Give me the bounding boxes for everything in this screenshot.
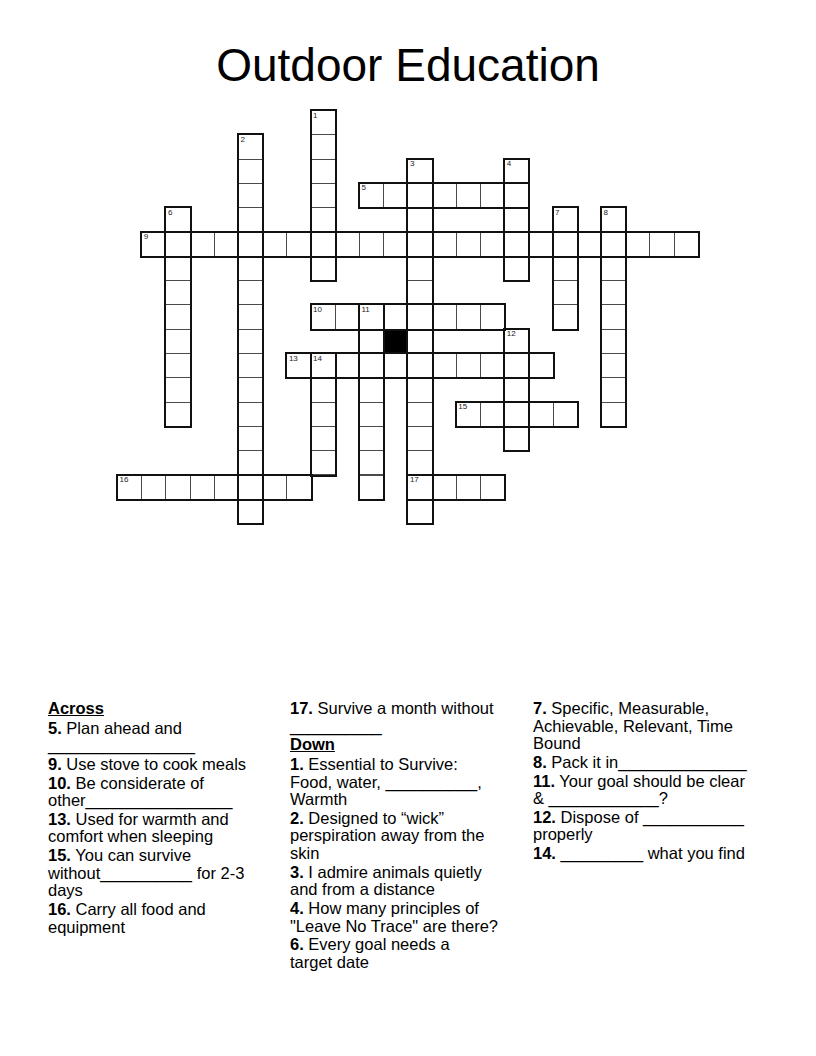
grid-cell[interactable] [456, 232, 481, 257]
grid-cell[interactable] [528, 232, 553, 257]
grid-cell[interactable] [359, 475, 384, 500]
grid-cell[interactable] [432, 304, 457, 329]
clue-number: 4. [290, 899, 304, 917]
grid-cell[interactable] [504, 256, 529, 281]
grid-cell[interactable] [238, 329, 263, 354]
clue-number: 3. [290, 863, 304, 881]
grid-cell[interactable] [335, 353, 360, 378]
clue-8-down: 8. Pack it in______________ [533, 754, 771, 772]
grid-cell[interactable] [456, 183, 481, 208]
grid-cell[interactable] [335, 304, 360, 329]
cell-number: 12 [507, 330, 516, 338]
grid-cell[interactable] [262, 232, 287, 257]
grid-cell[interactable] [286, 475, 311, 500]
clue-text: Survive a month without __________ [290, 699, 494, 735]
grid-cell[interactable] [504, 353, 529, 378]
clue-column-3: 7. Specific, Measurable, Achievable, Rel… [533, 700, 771, 864]
clue-number: 14. [533, 844, 556, 862]
grid-cell[interactable] [359, 329, 384, 354]
grid-cell[interactable] [238, 353, 263, 378]
clue-text: Designed to “wick” perspiration away fro… [290, 809, 484, 862]
grid-cell[interactable] [311, 207, 336, 232]
grid-cell[interactable] [407, 353, 432, 378]
clue-11-down: 11. Your goal should be clear & ________… [533, 773, 771, 808]
clue-text: Plan ahead and ________________ [48, 719, 195, 755]
grid-cell[interactable] [480, 183, 505, 208]
clue-number: 12. [533, 808, 556, 826]
cell-number: 15 [458, 403, 467, 411]
grid-cell[interactable] [504, 207, 529, 232]
grid-cell[interactable] [456, 304, 481, 329]
cell-number: 13 [289, 355, 298, 363]
grid-cell[interactable] [407, 402, 432, 427]
clue-1-down: 1. Essential to Survive: Food, water, __… [290, 756, 528, 809]
grid-cell[interactable] [238, 256, 263, 281]
clue-number: 10. [48, 774, 71, 792]
cell-number: 16 [120, 476, 129, 484]
clue-16-across: 16. Carry all food and equipment [48, 901, 286, 936]
grid-cell[interactable] [553, 402, 578, 427]
grid-cell[interactable] [359, 450, 384, 475]
grid-cell[interactable] [407, 499, 432, 524]
puzzle-title: Outdoor Education [0, 38, 816, 92]
clue-text: I admire animals quietly and from a dist… [290, 863, 482, 899]
grid-cell[interactable] [480, 353, 505, 378]
grid-cell[interactable] [238, 377, 263, 402]
cell-number: 14 [313, 355, 322, 363]
grid-cell[interactable] [553, 280, 578, 305]
grid-cell[interactable] [504, 402, 529, 427]
clue-text: Specific, Measurable, Achievable, Releva… [533, 699, 733, 752]
grid-cell[interactable] [407, 183, 432, 208]
grid-cell[interactable] [165, 304, 190, 329]
grid-cell[interactable] [359, 377, 384, 402]
clue-14-down: 14. _________ what you find [533, 845, 771, 863]
grid-cell[interactable] [601, 329, 626, 354]
grid-cell[interactable] [359, 232, 384, 257]
grid-cell[interactable] [504, 426, 529, 451]
grid-cell[interactable] [432, 353, 457, 378]
grid-cell[interactable] [311, 402, 336, 427]
cell-number: 17 [410, 476, 419, 484]
clue-text: Your goal should be clear & ____________… [533, 772, 745, 808]
grid-cell[interactable] [238, 304, 263, 329]
clue-6-down: 6. Every goal needs a target date [290, 936, 528, 971]
clue-text: Dispose of ___________ properly [533, 808, 744, 844]
clue-number: 15. [48, 846, 71, 864]
grid-cell[interactable] [190, 475, 215, 500]
grid-cell[interactable] [165, 232, 190, 257]
cell-number: 11 [362, 306, 370, 314]
cell-number: 5 [362, 184, 366, 192]
grid-cell[interactable] [407, 426, 432, 451]
grid-cell[interactable] [456, 353, 481, 378]
clue-13-across: 13. Used for warmth and comfort when sle… [48, 811, 286, 846]
cell-number: 6 [168, 209, 172, 217]
grid-cell[interactable] [577, 232, 602, 257]
clue-text: Be considerate of other________________ [48, 774, 232, 810]
grid-cell[interactable] [238, 426, 263, 451]
clue-12-down: 12. Dispose of ___________ properly [533, 809, 771, 844]
grid-cell[interactable] [504, 183, 529, 208]
grid-cell[interactable] [528, 353, 553, 378]
clue-number: 8. [533, 753, 547, 771]
clue-17-across: 17. Survive a month without __________ [290, 700, 528, 735]
clue-text: You can survive without__________ for 2-… [48, 846, 244, 899]
grid-cell[interactable] [528, 402, 553, 427]
clue-number: 13. [48, 810, 71, 828]
grid-cell[interactable] [407, 304, 432, 329]
grid-cell[interactable] [601, 402, 626, 427]
grid-cell[interactable] [456, 475, 481, 500]
clue-text: Pack it in______________ [547, 753, 747, 771]
grid-cell[interactable] [165, 402, 190, 427]
grid-cell[interactable] [601, 232, 626, 257]
grid-cell[interactable] [165, 280, 190, 305]
grid-cell[interactable] [432, 183, 457, 208]
grid-cell[interactable] [165, 353, 190, 378]
grid-cell[interactable] [311, 232, 336, 257]
grid-cell[interactable] [190, 232, 215, 257]
grid-cell[interactable] [553, 304, 578, 329]
cell-number: 10 [313, 306, 322, 314]
grid-cell[interactable] [238, 280, 263, 305]
grid-cell[interactable] [165, 475, 190, 500]
grid-cell[interactable] [407, 377, 432, 402]
grid-cell[interactable] [165, 329, 190, 354]
clue-number: 2. [290, 809, 304, 827]
clue-text: How many principles of "Leave No Trace" … [290, 899, 498, 935]
black-cell [383, 329, 408, 354]
grid-cell[interactable] [504, 232, 529, 257]
grid-cell[interactable] [141, 475, 166, 500]
clue-number: 16. [48, 900, 71, 918]
clue-text: Every goal needs a target date [290, 935, 450, 971]
grid-cell[interactable] [601, 256, 626, 281]
clue-text: Essential to Survive: Food, water, _____… [290, 755, 482, 808]
grid-cell[interactable] [238, 207, 263, 232]
grid-cell[interactable] [311, 450, 336, 475]
clue-10-across: 10. Be considerate of other_____________… [48, 775, 286, 810]
grid-cell[interactable] [553, 256, 578, 281]
grid-cell[interactable] [504, 377, 529, 402]
grid-cell[interactable] [311, 183, 336, 208]
clue-header-across: Across [48, 700, 286, 718]
cell-number: 1 [313, 112, 317, 120]
grid-cell[interactable] [383, 183, 408, 208]
cell-number: 7 [555, 209, 559, 217]
grid-cell[interactable] [311, 377, 336, 402]
grid-cell[interactable] [674, 232, 699, 257]
clue-number: 11. [533, 772, 555, 790]
grid-cell[interactable] [238, 499, 263, 524]
puzzle-page: Outdoor Education 5910131516171234678111… [0, 0, 816, 1056]
clue-text: Used for warmth and comfort when sleepin… [48, 810, 229, 846]
clue-header-down: Down [290, 736, 528, 754]
cell-number: 3 [410, 160, 414, 168]
clue-text: Use stove to cook meals [62, 755, 246, 773]
grid-cell[interactable] [214, 475, 239, 500]
grid-cell[interactable] [214, 232, 239, 257]
grid-cell[interactable] [238, 402, 263, 427]
clue-15-across: 15. You can survive without__________ fo… [48, 847, 286, 900]
clue-number: 5. [48, 719, 62, 737]
grid-cell[interactable] [407, 256, 432, 281]
grid-cell[interactable] [238, 232, 263, 257]
clue-number: 1. [290, 755, 304, 773]
grid-cell[interactable] [407, 232, 432, 257]
grid-cell[interactable] [311, 159, 336, 184]
grid-cell[interactable] [359, 402, 384, 427]
grid-cell[interactable] [407, 280, 432, 305]
grid-cell[interactable] [238, 450, 263, 475]
clue-3-down: 3. I admire animals quietly and from a d… [290, 864, 528, 899]
grid-cell[interactable] [649, 232, 674, 257]
grid-cell[interactable] [383, 232, 408, 257]
grid-cell[interactable] [601, 304, 626, 329]
grid-cell[interactable] [359, 426, 384, 451]
grid-cell[interactable] [383, 304, 408, 329]
grid-cell[interactable] [432, 232, 457, 257]
grid-cell[interactable] [359, 353, 384, 378]
grid-cell[interactable] [407, 207, 432, 232]
cell-number: 9 [144, 233, 148, 241]
grid-cell[interactable] [165, 377, 190, 402]
grid-cell[interactable] [407, 329, 432, 354]
grid-cell[interactable] [553, 232, 578, 257]
clue-4-down: 4. How many principles of "Leave No Trac… [290, 900, 528, 935]
clue-number: 6. [290, 935, 304, 953]
grid-cell[interactable] [480, 304, 505, 329]
grid-cell[interactable] [335, 232, 360, 257]
grid-cell[interactable] [480, 402, 505, 427]
grid-cell[interactable] [601, 377, 626, 402]
grid-cell[interactable] [383, 353, 408, 378]
grid-cell[interactable] [262, 475, 287, 500]
grid-cell[interactable] [311, 256, 336, 281]
grid-cell[interactable] [311, 426, 336, 451]
grid-cell[interactable] [286, 232, 311, 257]
clue-text: Carry all food and equipment [48, 900, 206, 936]
grid-cell[interactable] [432, 475, 457, 500]
cell-number: 2 [241, 136, 245, 144]
grid-cell[interactable] [407, 450, 432, 475]
grid-cell[interactable] [165, 256, 190, 281]
clue-5-across: 5. Plan ahead and ________________ [48, 720, 286, 755]
clue-number: 17. [290, 699, 313, 717]
grid-cell[interactable] [601, 280, 626, 305]
cell-number: 4 [507, 160, 511, 168]
grid-cell[interactable] [238, 159, 263, 184]
clue-9-across: 9. Use stove to cook meals [48, 756, 286, 774]
clue-number: 9. [48, 755, 62, 773]
clue-7-down: 7. Specific, Measurable, Achievable, Rel… [533, 700, 771, 753]
grid-cell[interactable] [311, 134, 336, 159]
cell-number: 8 [604, 209, 608, 217]
clue-text: _________ what you find [556, 844, 745, 862]
grid-cell[interactable] [625, 232, 650, 257]
grid-cell[interactable] [480, 232, 505, 257]
clue-2-down: 2. Designed to “wick” perspiration away … [290, 810, 528, 863]
grid-cell[interactable] [601, 353, 626, 378]
grid-cell[interactable] [238, 475, 263, 500]
clue-column-1: Across5. Plan ahead and ________________… [48, 700, 286, 937]
grid-cell[interactable] [238, 183, 263, 208]
clue-column-2: 17. Survive a month without __________Do… [290, 700, 528, 973]
grid-cell[interactable] [480, 475, 505, 500]
clue-number: 7. [533, 699, 547, 717]
